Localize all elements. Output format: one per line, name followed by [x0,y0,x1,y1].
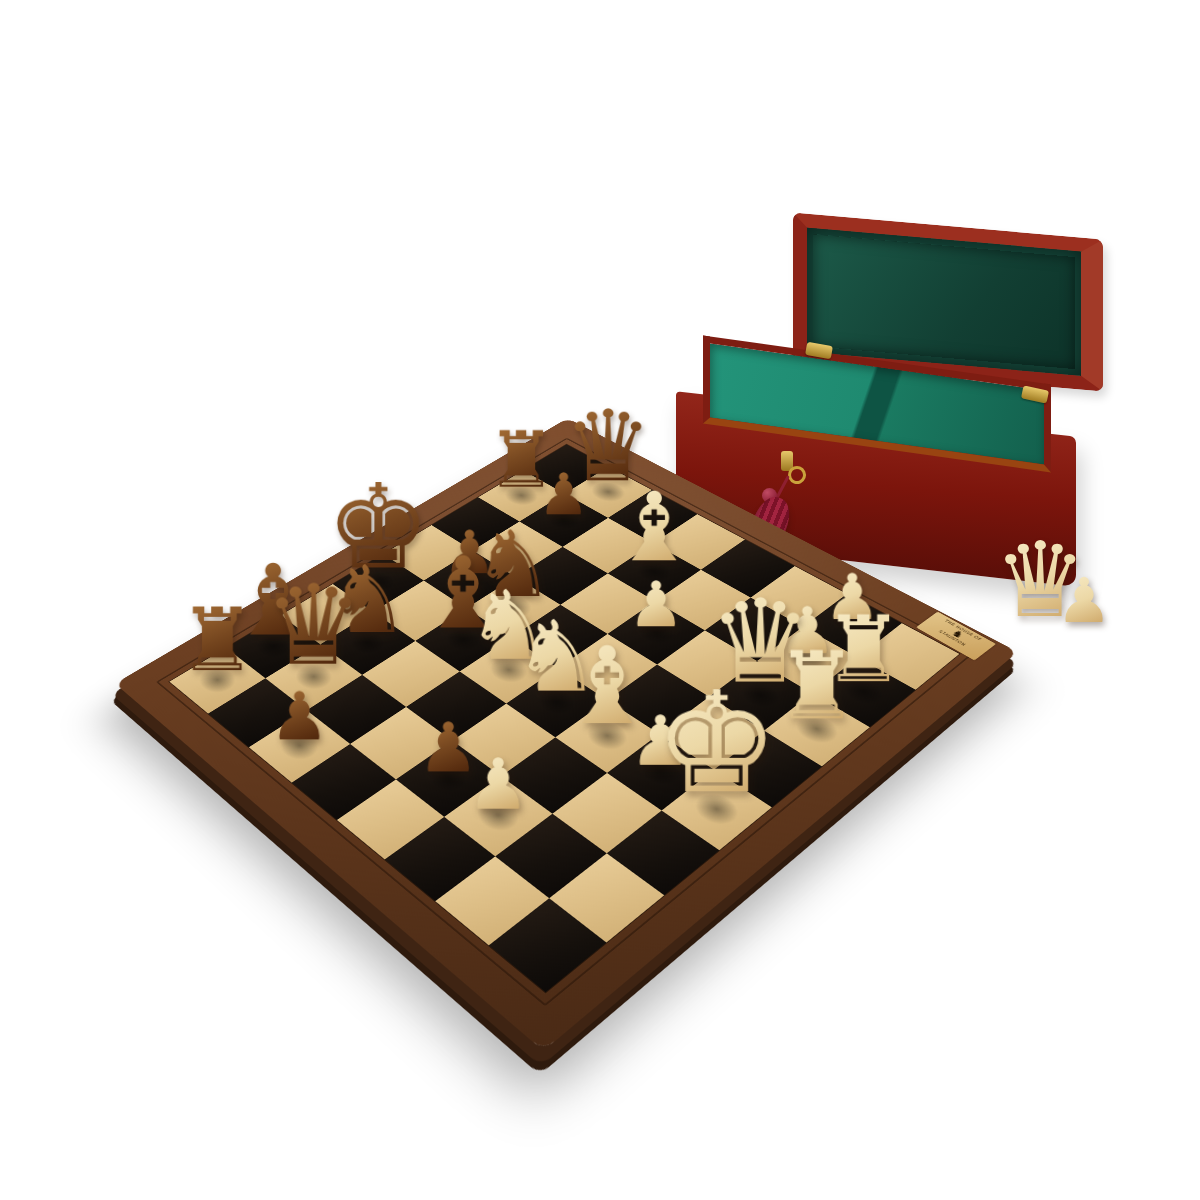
white-rook-icon: ♜ [775,640,859,733]
offboard-white-pawn[interactable]: ♟ [1056,570,1112,632]
black-queen-icon: ♛ [264,570,363,681]
black-rook-icon: ♜ [178,597,256,684]
product-photo-canvas: { "game": "chess", "scene": "wooden ches… [0,0,1200,1200]
white-bishop-icon: ♝ [611,480,697,576]
white-king-icon: ♚ [654,674,779,814]
white-pawn-icon: ♟ [1056,570,1112,632]
white-pawn-icon: ♟ [467,749,530,819]
black-pawn-icon: ♟ [270,683,330,749]
box-lid-felt [813,234,1075,369]
